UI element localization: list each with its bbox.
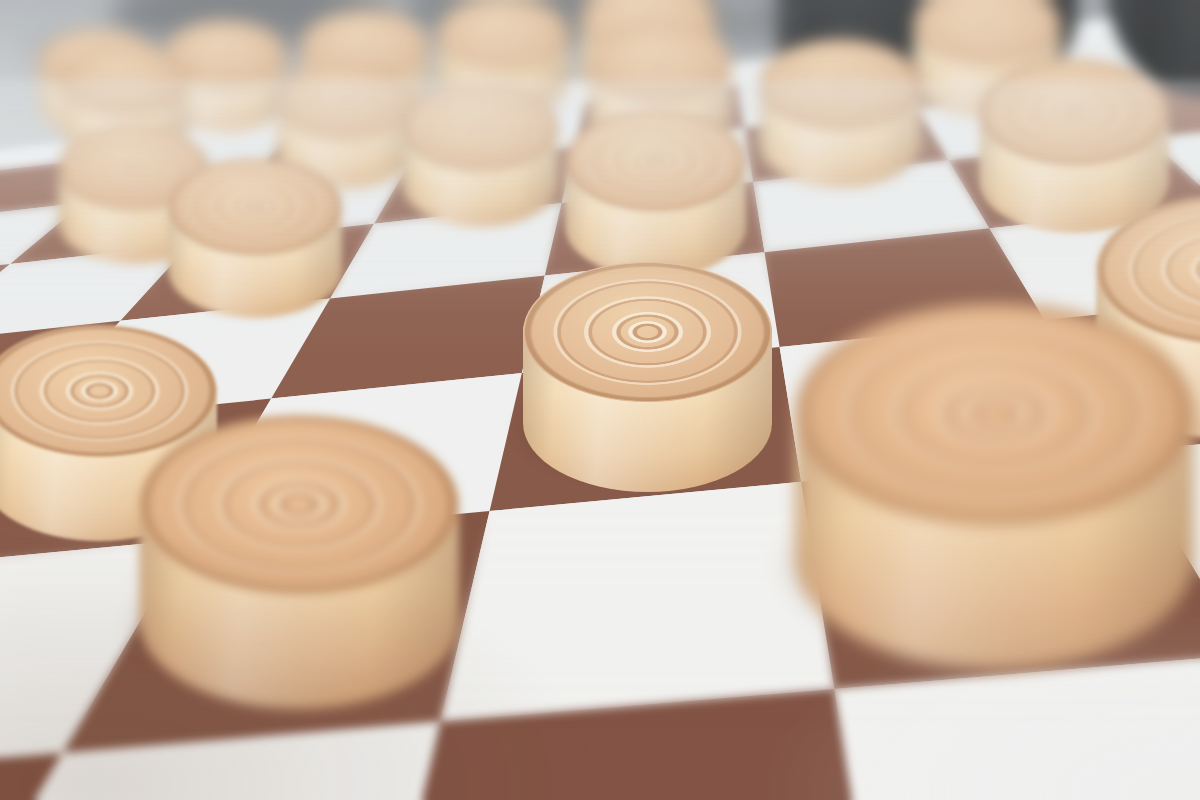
board-square[interactable] bbox=[801, 452, 1200, 689]
board-square[interactable] bbox=[440, 482, 834, 722]
scene bbox=[0, 0, 1200, 800]
checkers-board bbox=[0, 0, 1200, 800]
